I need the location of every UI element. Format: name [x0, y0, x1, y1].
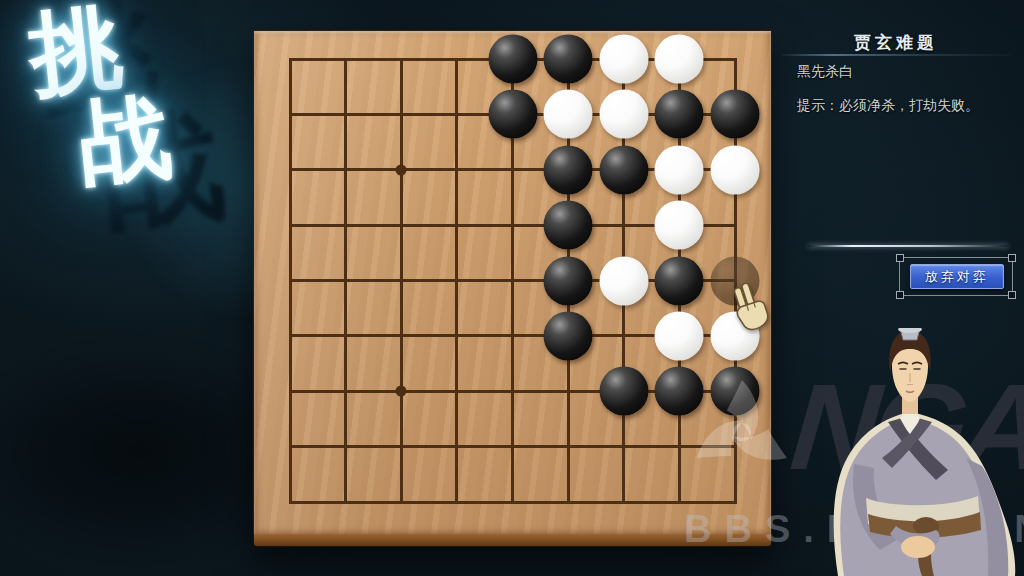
stone-black	[655, 256, 704, 305]
challenge-calligraphy: 挑 战	[26, 0, 262, 185]
star-point	[396, 386, 407, 397]
grid-line-horizontal	[289, 501, 737, 504]
give-up-button[interactable]: 放弃对弈	[910, 264, 1004, 289]
calligraphy-char-1: 挑	[26, 0, 252, 91]
stone-black	[544, 256, 593, 305]
section-divider	[808, 245, 1008, 247]
stone-white	[599, 90, 648, 139]
stone-black	[655, 90, 704, 139]
puzzle-hint: 提示：必须净杀，打劫失败。	[797, 97, 979, 115]
stone-black	[599, 145, 648, 194]
stone-black	[544, 311, 593, 360]
stone-white	[711, 145, 760, 194]
frame-corner	[896, 254, 904, 262]
puzzle-title: 贾玄难题	[782, 31, 1010, 54]
stone-black	[488, 90, 537, 139]
game-screen: 挑战 挑 战 NGA BBS.NGA.CN	[0, 0, 1024, 576]
character-portrait	[830, 328, 1024, 576]
stone-black	[599, 367, 648, 416]
frame-corner	[1008, 291, 1016, 299]
title-divider	[782, 54, 1010, 56]
go-board[interactable]	[253, 30, 772, 547]
stone-white	[599, 35, 648, 84]
give-up-button-frame: 放弃对弈	[899, 257, 1013, 296]
stone-black	[711, 367, 760, 416]
stone-white	[655, 311, 704, 360]
frame-corner	[896, 291, 904, 299]
stone-white	[599, 256, 648, 305]
click-hand-cursor	[731, 283, 769, 331]
stone-black	[488, 35, 537, 84]
stone-white	[655, 145, 704, 194]
stone-white	[655, 201, 704, 250]
star-point	[396, 164, 407, 175]
stone-black	[711, 90, 760, 139]
stone-black	[544, 145, 593, 194]
go-grid	[253, 30, 772, 537]
puzzle-objective: 黑先杀白	[797, 63, 853, 81]
stone-black	[544, 35, 593, 84]
stone-black	[655, 367, 704, 416]
puzzle-info-panel: 贾玄难题 黑先杀白 提示：必须净杀，打劫失败。 放弃对弈	[780, 0, 1024, 320]
frame-corner	[1008, 254, 1016, 262]
grid-line-horizontal	[289, 445, 737, 448]
stone-white	[655, 35, 704, 84]
stone-white	[544, 90, 593, 139]
stone-black	[544, 201, 593, 250]
